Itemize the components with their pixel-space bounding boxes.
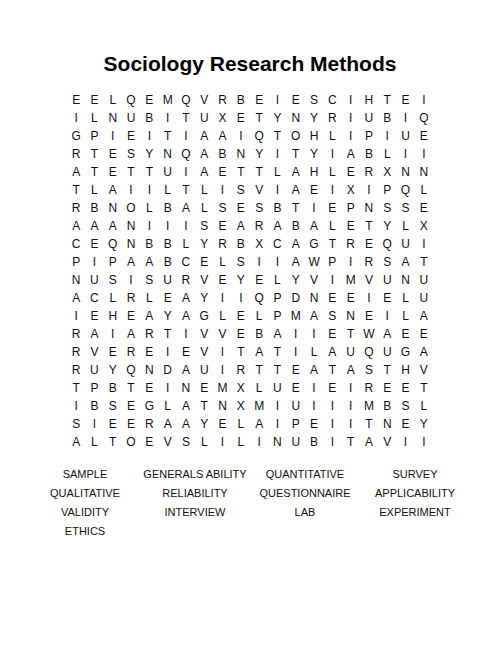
- grid-cell-r11c20: U: [415, 271, 433, 289]
- word-item-ethics: ETHICS: [30, 521, 140, 540]
- grid-cell-r13c2: E: [85, 307, 103, 325]
- grid-cell-r8c14: A: [305, 217, 323, 235]
- grid-cell-r4c15: I: [323, 145, 341, 163]
- grid-cell-r7c5: L: [140, 199, 158, 217]
- grid-cell-r2c3: N: [104, 109, 122, 127]
- word-list: SAMPLEGENERALS ABILITYQUANTITATIVESURVEY…: [30, 464, 470, 540]
- grid-cell-r15c2: V: [85, 343, 103, 361]
- word-item-questionnaire: QUESTIONNAIRE: [250, 483, 360, 502]
- grid-cell-r18c9: N: [213, 397, 231, 415]
- grid-cell-r15c20: A: [415, 343, 433, 361]
- grid-cell-r5c1: A: [67, 163, 85, 181]
- grid-cell-r1c12: I: [268, 91, 286, 109]
- grid-cell-r2c20: Q: [415, 109, 433, 127]
- grid-cell-r1c11: E: [250, 91, 268, 109]
- grid-cell-r5c19: N: [396, 163, 414, 181]
- grid-cell-r20c8: L: [195, 433, 213, 451]
- grid-cell-r9c4: N: [122, 235, 140, 253]
- grid-cell-r2c7: T: [177, 109, 195, 127]
- grid-cell-r9c9: R: [213, 235, 231, 253]
- grid-cell-r17c16: I: [341, 379, 359, 397]
- grid-cell-r4c18: L: [378, 145, 396, 163]
- grid-cell-r14c18: A: [378, 325, 396, 343]
- grid-cell-r9c3: Q: [104, 235, 122, 253]
- word-item-qualitative: QUALITATIVE: [30, 483, 140, 502]
- grid-cell-r12c11: Q: [250, 289, 268, 307]
- grid-cell-r3c8: A: [195, 127, 213, 145]
- page-title: Sociology Research Methods: [0, 52, 500, 76]
- grid-cell-r2c2: L: [85, 109, 103, 127]
- grid-cell-r9c20: I: [415, 235, 433, 253]
- grid-cell-r13c5: A: [140, 307, 158, 325]
- grid-cell-r8c3: A: [104, 217, 122, 235]
- grid-cell-r17c15: E: [323, 379, 341, 397]
- grid-cell-r11c1: N: [67, 271, 85, 289]
- grid-cell-r16c12: T: [268, 361, 286, 379]
- grid-cell-r9c8: Y: [195, 235, 213, 253]
- grid-cell-r2c13: N: [287, 109, 305, 127]
- word-item-experiment: EXPERIMENT: [360, 502, 470, 521]
- grid-cell-r13c9: L: [213, 307, 231, 325]
- grid-cell-r14c20: E: [415, 325, 433, 343]
- grid-cell-r13c13: M: [287, 307, 305, 325]
- grid-cell-r7c7: A: [177, 199, 195, 217]
- grid-cell-r6c10: S: [232, 181, 250, 199]
- grid-cell-r19c8: Y: [195, 415, 213, 433]
- grid-cell-r18c18: B: [378, 397, 396, 415]
- grid-cell-r19c11: A: [250, 415, 268, 433]
- grid-cell-r2c4: U: [122, 109, 140, 127]
- grid-cell-r9c12: C: [268, 235, 286, 253]
- grid-cell-r18c20: L: [415, 397, 433, 415]
- grid-cell-r6c14: E: [305, 181, 323, 199]
- word-item-interview: INTERVIEW: [140, 502, 250, 521]
- grid-cell-r19c1: S: [67, 415, 85, 433]
- grid-cell-r12c5: L: [140, 289, 158, 307]
- grid-cell-r10c5: A: [140, 253, 158, 271]
- grid-cell-r20c9: I: [213, 433, 231, 451]
- grid-cell-r10c11: I: [250, 253, 268, 271]
- grid-cell-r11c8: V: [195, 271, 213, 289]
- word-item-generals-ability: GENERALS ABILITY: [140, 464, 250, 483]
- grid-cell-r20c11: I: [250, 433, 268, 451]
- grid-cell-r14c10: E: [232, 325, 250, 343]
- grid-cell-r12c18: E: [378, 289, 396, 307]
- grid-cell-r15c9: I: [213, 343, 231, 361]
- grid-cell-r17c14: I: [305, 379, 323, 397]
- grid-cell-r3c18: I: [378, 127, 396, 145]
- grid-cell-r7c1: R: [67, 199, 85, 217]
- grid-cell-r11c2: U: [85, 271, 103, 289]
- grid-cell-r8c7: I: [177, 217, 195, 235]
- grid-cell-r19c20: Y: [415, 415, 433, 433]
- grid-cell-r12c13: D: [287, 289, 305, 307]
- grid-cell-r6c11: V: [250, 181, 268, 199]
- grid-cell-r13c8: G: [195, 307, 213, 325]
- word-item-applicability: APPLICABILITY: [360, 483, 470, 502]
- grid-cell-r16c13: E: [287, 361, 305, 379]
- grid-cell-r17c8: E: [195, 379, 213, 397]
- grid-cell-r12c9: I: [213, 289, 231, 307]
- grid-cell-r12c3: L: [104, 289, 122, 307]
- grid-cell-r6c1: T: [67, 181, 85, 199]
- grid-cell-r20c20: I: [415, 433, 433, 451]
- grid-cell-r11c18: U: [378, 271, 396, 289]
- word-search-page: Sociology Research Methods EELQEMQVRBEIE…: [0, 0, 500, 647]
- grid-cell-r16c18: T: [378, 361, 396, 379]
- grid-cell-r11c14: V: [305, 271, 323, 289]
- grid-cell-r8c8: S: [195, 217, 213, 235]
- grid-cell-r1c19: E: [396, 91, 414, 109]
- grid-cell-r6c13: A: [287, 181, 305, 199]
- grid-cell-r7c10: E: [232, 199, 250, 217]
- grid-cell-r14c7: I: [177, 325, 195, 343]
- grid-cell-r18c3: S: [104, 397, 122, 415]
- grid-cell-r19c17: T: [360, 415, 378, 433]
- grid-cell-r20c6: V: [158, 433, 176, 451]
- grid-cell-r2c19: I: [396, 109, 414, 127]
- grid-cell-r8c16: E: [341, 217, 359, 235]
- grid-cell-r12c10: I: [232, 289, 250, 307]
- grid-cell-r5c2: T: [85, 163, 103, 181]
- grid-cell-r4c4: S: [122, 145, 140, 163]
- grid-cell-r2c15: R: [323, 109, 341, 127]
- grid-cell-r9c14: G: [305, 235, 323, 253]
- grid-cell-r11c4: I: [122, 271, 140, 289]
- grid-cell-r20c14: B: [305, 433, 323, 451]
- grid-cell-r17c18: E: [378, 379, 396, 397]
- grid-cell-r17c1: T: [67, 379, 85, 397]
- grid-cell-r12c15: E: [323, 289, 341, 307]
- grid-cell-r18c15: I: [323, 397, 341, 415]
- grid-cell-r14c19: E: [396, 325, 414, 343]
- grid-cell-r12c12: P: [268, 289, 286, 307]
- grid-cell-r7c18: S: [378, 199, 396, 217]
- grid-cell-r2c5: B: [140, 109, 158, 127]
- grid-cell-r12c2: C: [85, 289, 103, 307]
- grid-cell-r18c6: L: [158, 397, 176, 415]
- grid-cell-r2c9: X: [213, 109, 231, 127]
- grid-cell-r15c10: T: [232, 343, 250, 361]
- grid-cell-r19c16: I: [341, 415, 359, 433]
- grid-cell-r16c10: R: [232, 361, 250, 379]
- grid-cell-r11c9: E: [213, 271, 231, 289]
- grid-cell-r1c7: Q: [177, 91, 195, 109]
- word-item-lab: LAB: [250, 502, 360, 521]
- grid-cell-r16c16: A: [341, 361, 359, 379]
- grid-cell-r12c4: R: [122, 289, 140, 307]
- grid-cell-r4c16: A: [341, 145, 359, 163]
- grid-cell-r19c19: E: [396, 415, 414, 433]
- grid-cell-r14c3: I: [104, 325, 122, 343]
- grid-cell-r14c6: T: [158, 325, 176, 343]
- grid-cell-r13c16: N: [341, 307, 359, 325]
- grid-cell-r10c10: S: [232, 253, 250, 271]
- grid-cell-r7c6: B: [158, 199, 176, 217]
- grid-cell-r7c13: T: [287, 199, 305, 217]
- grid-cell-r5c6: U: [158, 163, 176, 181]
- grid-cell-r4c20: I: [415, 145, 433, 163]
- grid-cell-r6c6: L: [158, 181, 176, 199]
- grid-cell-r18c8: T: [195, 397, 213, 415]
- grid-cell-r10c17: R: [360, 253, 378, 271]
- grid-cell-r6c20: L: [415, 181, 433, 199]
- grid-cell-r5c14: H: [305, 163, 323, 181]
- grid-cell-r1c10: B: [232, 91, 250, 109]
- grid-cell-r14c8: V: [195, 325, 213, 343]
- word-item-empty: [360, 521, 470, 540]
- grid-cell-r11c17: V: [360, 271, 378, 289]
- grid-cell-r5c18: X: [378, 163, 396, 181]
- grid-cell-r4c5: Y: [140, 145, 158, 163]
- grid-cell-r12c19: L: [396, 289, 414, 307]
- grid-cell-r10c20: T: [415, 253, 433, 271]
- grid-cell-r12c8: Y: [195, 289, 213, 307]
- grid-cell-r18c17: M: [360, 397, 378, 415]
- grid-cell-r6c16: X: [341, 181, 359, 199]
- grid-cell-r14c14: I: [305, 325, 323, 343]
- grid-cell-r20c15: I: [323, 433, 341, 451]
- grid-cell-r17c3: B: [104, 379, 122, 397]
- grid-cell-r8c12: A: [268, 217, 286, 235]
- grid-cell-r6c9: I: [213, 181, 231, 199]
- grid-cell-r5c4: T: [122, 163, 140, 181]
- grid-cell-r10c9: L: [213, 253, 231, 271]
- grid-cell-r15c7: E: [177, 343, 195, 361]
- grid-cell-r3c16: I: [341, 127, 359, 145]
- grid-cell-r5c16: E: [341, 163, 359, 181]
- grid-cell-r9c6: B: [158, 235, 176, 253]
- grid-cell-r14c16: T: [341, 325, 359, 343]
- grid-cell-r6c2: L: [85, 181, 103, 199]
- grid-cell-r16c4: Q: [122, 361, 140, 379]
- grid-cell-r2c10: E: [232, 109, 250, 127]
- grid-cell-r2c14: Y: [305, 109, 323, 127]
- grid-cell-r17c7: N: [177, 379, 195, 397]
- grid-cell-r9c13: A: [287, 235, 305, 253]
- grid-cell-r7c12: B: [268, 199, 286, 217]
- grid-cell-r3c6: T: [158, 127, 176, 145]
- grid-cell-r14c5: R: [140, 325, 158, 343]
- grid-cell-r15c3: E: [104, 343, 122, 361]
- grid-cell-r13c15: S: [323, 307, 341, 325]
- grid-cell-r7c2: B: [85, 199, 103, 217]
- word-item-empty: [140, 521, 250, 540]
- grid-cell-r20c10: L: [232, 433, 250, 451]
- grid-cell-r20c3: T: [104, 433, 122, 451]
- grid-cell-r12c20: U: [415, 289, 433, 307]
- grid-cell-r10c4: A: [122, 253, 140, 271]
- grid-cell-r18c11: M: [250, 397, 268, 415]
- grid-cell-r17c20: T: [415, 379, 433, 397]
- grid-cell-r18c12: I: [268, 397, 286, 415]
- grid-cell-r14c4: A: [122, 325, 140, 343]
- grid-cell-r14c12: A: [268, 325, 286, 343]
- grid-cell-r13c12: P: [268, 307, 286, 325]
- grid-cell-r18c4: E: [122, 397, 140, 415]
- grid-cell-r5c10: T: [232, 163, 250, 181]
- grid-cell-r14c17: W: [360, 325, 378, 343]
- grid-cell-r4c9: B: [213, 145, 231, 163]
- grid-cell-r18c16: I: [341, 397, 359, 415]
- grid-cell-r4c13: T: [287, 145, 305, 163]
- grid-cell-r16c6: D: [158, 361, 176, 379]
- grid-cell-r20c4: O: [122, 433, 140, 451]
- grid-cell-r1c16: I: [341, 91, 359, 109]
- grid-cell-r15c18: U: [378, 343, 396, 361]
- grid-cell-r15c13: I: [287, 343, 305, 361]
- grid-cell-r19c7: A: [177, 415, 195, 433]
- grid-cell-r18c10: X: [232, 397, 250, 415]
- grid-cell-r17c6: I: [158, 379, 176, 397]
- grid-cell-r9c11: X: [250, 235, 268, 253]
- grid-cell-r2c18: B: [378, 109, 396, 127]
- grid-cell-r3c4: E: [122, 127, 140, 145]
- grid-cell-r11c12: L: [268, 271, 286, 289]
- grid-cell-r14c2: A: [85, 325, 103, 343]
- grid-cell-r20c5: E: [140, 433, 158, 451]
- grid-cell-r4c3: E: [104, 145, 122, 163]
- grid-cell-r8c19: L: [396, 217, 414, 235]
- grid-cell-r16c1: R: [67, 361, 85, 379]
- grid-cell-r14c13: I: [287, 325, 305, 343]
- grid-cell-r11c7: R: [177, 271, 195, 289]
- grid-cell-r3c1: G: [67, 127, 85, 145]
- grid-cell-r10c12: I: [268, 253, 286, 271]
- grid-cell-r3c15: L: [323, 127, 341, 145]
- grid-cell-r4c11: Y: [250, 145, 268, 163]
- grid-cell-r4c10: N: [232, 145, 250, 163]
- grid-cell-r1c20: I: [415, 91, 433, 109]
- grid-cell-r9c2: E: [85, 235, 103, 253]
- grid-cell-r5c11: T: [250, 163, 268, 181]
- grid-cell-r1c14: S: [305, 91, 323, 109]
- grid-cell-r2c17: U: [360, 109, 378, 127]
- grid-cell-r12c16: E: [341, 289, 359, 307]
- grid-cell-r1c5: E: [140, 91, 158, 109]
- grid-cell-r2c8: U: [195, 109, 213, 127]
- grid-cell-r10c18: S: [378, 253, 396, 271]
- grid-cell-r3c11: Q: [250, 127, 268, 145]
- grid-cell-r1c6: M: [158, 91, 176, 109]
- grid-cell-r5c7: I: [177, 163, 195, 181]
- grid-cell-r9c18: Q: [378, 235, 396, 253]
- grid-cell-r16c9: I: [213, 361, 231, 379]
- grid-cell-r13c10: E: [232, 307, 250, 325]
- grid-cell-r15c6: I: [158, 343, 176, 361]
- grid-cell-r6c8: L: [195, 181, 213, 199]
- grid-cell-r8c20: X: [415, 217, 433, 235]
- grid-cell-r19c18: N: [378, 415, 396, 433]
- grid-cell-r7c11: S: [250, 199, 268, 217]
- grid-cell-r4c8: A: [195, 145, 213, 163]
- grid-cell-r20c7: S: [177, 433, 195, 451]
- grid-cell-r17c4: T: [122, 379, 140, 397]
- word-item-validity: VALIDITY: [30, 502, 140, 521]
- grid-cell-r6c12: I: [268, 181, 286, 199]
- grid-cell-r7c4: O: [122, 199, 140, 217]
- grid-cell-r15c16: U: [341, 343, 359, 361]
- grid-cell-r6c17: I: [360, 181, 378, 199]
- grid-cell-r10c16: I: [341, 253, 359, 271]
- grid-cell-r16c14: A: [305, 361, 323, 379]
- grid-cell-r20c13: U: [287, 433, 305, 451]
- grid-cell-r2c1: I: [67, 109, 85, 127]
- grid-cell-r9c16: R: [341, 235, 359, 253]
- grid-cell-r6c7: T: [177, 181, 195, 199]
- grid-cell-r5c12: L: [268, 163, 286, 181]
- grid-cell-r8c17: T: [360, 217, 378, 235]
- grid-cell-r7c20: E: [415, 199, 433, 217]
- grid-cell-r18c7: A: [177, 397, 195, 415]
- grid-cell-r10c19: A: [396, 253, 414, 271]
- grid-cell-r19c2: I: [85, 415, 103, 433]
- grid-cell-r13c19: L: [396, 307, 414, 325]
- grid-cell-r13c18: I: [378, 307, 396, 325]
- grid-cell-r10c1: P: [67, 253, 85, 271]
- grid-cell-r18c5: G: [140, 397, 158, 415]
- grid-cell-r8c1: A: [67, 217, 85, 235]
- grid-cell-r9c17: E: [360, 235, 378, 253]
- word-item-quantitative: QUANTITATIVE: [250, 464, 360, 483]
- grid-cell-r18c2: B: [85, 397, 103, 415]
- grid-cell-r13c20: A: [415, 307, 433, 325]
- grid-cell-r6c3: A: [104, 181, 122, 199]
- grid-cell-r19c5: R: [140, 415, 158, 433]
- grid-cell-r15c8: V: [195, 343, 213, 361]
- grid-cell-r8c4: N: [122, 217, 140, 235]
- grid-cell-r11c19: N: [396, 271, 414, 289]
- grid-cell-r6c19: Q: [396, 181, 414, 199]
- grid-cell-r16c20: V: [415, 361, 433, 379]
- grid-cell-r16c15: T: [323, 361, 341, 379]
- grid-cell-r10c3: P: [104, 253, 122, 271]
- grid-cell-r10c6: B: [158, 253, 176, 271]
- grid-cell-r18c13: U: [287, 397, 305, 415]
- grid-cell-r11c6: U: [158, 271, 176, 289]
- grid-cell-r17c11: L: [250, 379, 268, 397]
- grid-cell-r5c3: E: [104, 163, 122, 181]
- word-item-survey: SURVEY: [360, 464, 470, 483]
- grid-cell-r1c17: H: [360, 91, 378, 109]
- grid-cell-r17c12: U: [268, 379, 286, 397]
- grid-cell-r10c8: E: [195, 253, 213, 271]
- grid-cell-r12c14: N: [305, 289, 323, 307]
- grid-cell-r14c11: B: [250, 325, 268, 343]
- grid-cell-r11c11: E: [250, 271, 268, 289]
- grid-cell-r9c15: T: [323, 235, 341, 253]
- grid-cell-r1c18: T: [378, 91, 396, 109]
- grid-cell-r3c14: H: [305, 127, 323, 145]
- grid-cell-r19c3: E: [104, 415, 122, 433]
- grid-cell-r4c19: I: [396, 145, 414, 163]
- grid-cell-r2c12: Y: [268, 109, 286, 127]
- grid-cell-r4c7: Q: [177, 145, 195, 163]
- grid-cell-r7c3: N: [104, 199, 122, 217]
- grid-cell-r4c17: B: [360, 145, 378, 163]
- grid-cell-r19c13: P: [287, 415, 305, 433]
- grid-cell-r8c2: A: [85, 217, 103, 235]
- grid-cell-r9c19: U: [396, 235, 414, 253]
- grid-cell-r4c12: I: [268, 145, 286, 163]
- grid-cell-r13c4: E: [122, 307, 140, 325]
- grid-cell-r13c17: E: [360, 307, 378, 325]
- grid-cell-r8c13: B: [287, 217, 305, 235]
- grid-cell-r13c3: H: [104, 307, 122, 325]
- grid-cell-r5c8: A: [195, 163, 213, 181]
- grid-cell-r11c3: S: [104, 271, 122, 289]
- grid-cell-r10c15: P: [323, 253, 341, 271]
